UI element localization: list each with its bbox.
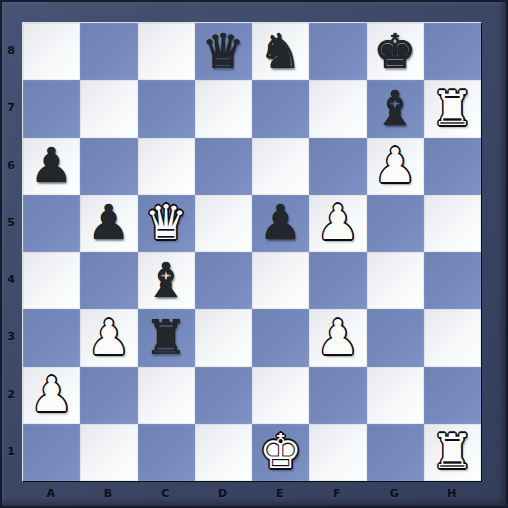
square-c8[interactable]: [138, 23, 195, 80]
square-c1[interactable]: [138, 424, 195, 481]
square-e4[interactable]: [252, 252, 309, 309]
square-d8[interactable]: ♛: [195, 23, 252, 80]
file-label-h: H: [423, 487, 481, 501]
file-label-a: A: [22, 487, 80, 501]
square-a7[interactable]: [23, 80, 80, 137]
square-d5[interactable]: [195, 195, 252, 252]
square-b8[interactable]: [80, 23, 137, 80]
square-c4[interactable]: ♝: [138, 252, 195, 309]
square-a2[interactable]: ♟: [23, 367, 80, 424]
square-f5[interactable]: ♟: [309, 195, 366, 252]
black-pawn[interactable]: ♟: [30, 141, 73, 189]
square-c5[interactable]: ♛: [138, 195, 195, 252]
square-h3[interactable]: [424, 309, 481, 366]
square-c2[interactable]: [138, 367, 195, 424]
square-h7[interactable]: ♜: [424, 80, 481, 137]
rank-label-4: 4: [0, 273, 22, 286]
white-rook[interactable]: ♜: [431, 427, 474, 475]
square-b2[interactable]: [80, 367, 137, 424]
square-b6[interactable]: [80, 138, 137, 195]
square-d1[interactable]: [195, 424, 252, 481]
square-f1[interactable]: [309, 424, 366, 481]
square-h6[interactable]: [424, 138, 481, 195]
black-bishop[interactable]: ♝: [145, 256, 188, 304]
black-pawn[interactable]: ♟: [259, 198, 302, 246]
square-f2[interactable]: [309, 367, 366, 424]
square-b3[interactable]: ♟: [80, 309, 137, 366]
square-b7[interactable]: [80, 80, 137, 137]
square-a8[interactable]: [23, 23, 80, 80]
square-b4[interactable]: [80, 252, 137, 309]
square-h1[interactable]: ♜: [424, 424, 481, 481]
rank-label-6: 6: [0, 159, 22, 172]
file-label-f: F: [308, 487, 366, 501]
square-h2[interactable]: [424, 367, 481, 424]
square-c7[interactable]: [138, 80, 195, 137]
black-bishop[interactable]: ♝: [374, 84, 417, 132]
square-g3[interactable]: [367, 309, 424, 366]
square-f7[interactable]: [309, 80, 366, 137]
square-d7[interactable]: [195, 80, 252, 137]
square-d4[interactable]: [195, 252, 252, 309]
square-b5[interactable]: ♟: [80, 195, 137, 252]
file-label-c: C: [137, 487, 195, 501]
square-f3[interactable]: ♟: [309, 309, 366, 366]
square-e2[interactable]: [252, 367, 309, 424]
file-label-e: E: [251, 487, 309, 501]
black-knight[interactable]: ♞: [259, 27, 302, 75]
white-pawn[interactable]: ♟: [30, 370, 73, 418]
black-rook[interactable]: ♜: [145, 313, 188, 361]
square-c3[interactable]: ♜: [138, 309, 195, 366]
file-label-b: B: [79, 487, 137, 501]
square-d2[interactable]: [195, 367, 252, 424]
board-frame: ♛♞♚♝♜♟♟♟♛♟♟♝♟♜♟♟♚♜ 87654321 ABCDEFGH: [0, 0, 508, 508]
white-pawn[interactable]: ♟: [316, 198, 359, 246]
square-g1[interactable]: [367, 424, 424, 481]
square-a4[interactable]: [23, 252, 80, 309]
square-g5[interactable]: [367, 195, 424, 252]
white-queen[interactable]: ♛: [145, 198, 188, 246]
square-a3[interactable]: [23, 309, 80, 366]
square-e3[interactable]: [252, 309, 309, 366]
square-f8[interactable]: [309, 23, 366, 80]
chess-board: ♛♞♚♝♜♟♟♟♛♟♟♝♟♜♟♟♚♜: [22, 22, 482, 482]
rank-label-1: 1: [0, 445, 22, 458]
rank-label-3: 3: [0, 330, 22, 343]
square-e8[interactable]: ♞: [252, 23, 309, 80]
square-d6[interactable]: [195, 138, 252, 195]
file-label-d: D: [194, 487, 252, 501]
rank-label-8: 8: [0, 44, 22, 57]
square-b1[interactable]: [80, 424, 137, 481]
rank-label-2: 2: [0, 388, 22, 401]
square-c6[interactable]: [138, 138, 195, 195]
square-d3[interactable]: [195, 309, 252, 366]
file-label-g: G: [366, 487, 424, 501]
square-e1[interactable]: ♚: [252, 424, 309, 481]
square-f6[interactable]: [309, 138, 366, 195]
square-a1[interactable]: [23, 424, 80, 481]
square-g8[interactable]: ♚: [367, 23, 424, 80]
square-e7[interactable]: [252, 80, 309, 137]
black-king[interactable]: ♚: [374, 27, 417, 75]
white-rook[interactable]: ♜: [431, 84, 474, 132]
black-queen[interactable]: ♛: [202, 27, 245, 75]
square-a6[interactable]: ♟: [23, 138, 80, 195]
square-g7[interactable]: ♝: [367, 80, 424, 137]
white-pawn[interactable]: ♟: [87, 313, 130, 361]
square-h8[interactable]: [424, 23, 481, 80]
square-e5[interactable]: ♟: [252, 195, 309, 252]
square-a5[interactable]: [23, 195, 80, 252]
square-g2[interactable]: [367, 367, 424, 424]
rank-label-5: 5: [0, 216, 22, 229]
square-g4[interactable]: [367, 252, 424, 309]
rank-label-7: 7: [0, 101, 22, 114]
white-pawn[interactable]: ♟: [316, 313, 359, 361]
black-pawn[interactable]: ♟: [87, 198, 130, 246]
square-h5[interactable]: [424, 195, 481, 252]
square-f4[interactable]: [309, 252, 366, 309]
square-e6[interactable]: [252, 138, 309, 195]
white-pawn[interactable]: ♟: [374, 141, 417, 189]
square-g6[interactable]: ♟: [367, 138, 424, 195]
square-h4[interactable]: [424, 252, 481, 309]
white-king[interactable]: ♚: [259, 427, 302, 475]
